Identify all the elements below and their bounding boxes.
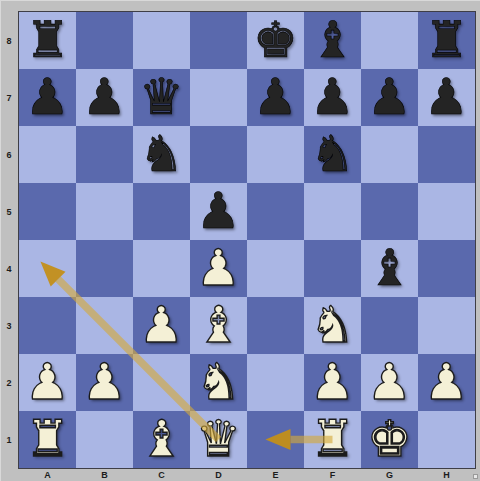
square-c2[interactable] <box>133 354 190 411</box>
square-d6[interactable] <box>190 126 247 183</box>
piece-white-rook-a1[interactable]: ♜ <box>25 411 70 468</box>
square-g8[interactable] <box>361 12 418 69</box>
square-b2[interactable]: ♟ <box>76 354 133 411</box>
piece-white-pawn-d4[interactable]: ♟ <box>196 240 241 297</box>
square-g1[interactable]: ♚ <box>361 411 418 468</box>
piece-black-king-e8[interactable]: ♚ <box>253 12 298 69</box>
piece-white-pawn-a2[interactable]: ♟ <box>25 354 70 411</box>
rank-labels: 87654321 <box>1 12 19 468</box>
rank-label-2: 2 <box>1 354 17 411</box>
rank-label-4: 4 <box>1 240 17 297</box>
piece-black-pawn-f7[interactable]: ♟ <box>310 69 355 126</box>
square-e1[interactable] <box>247 411 304 468</box>
square-d2[interactable]: ♞ <box>190 354 247 411</box>
square-g6[interactable] <box>361 126 418 183</box>
square-f7[interactable]: ♟ <box>304 69 361 126</box>
square-c8[interactable] <box>133 12 190 69</box>
square-e7[interactable]: ♟ <box>247 69 304 126</box>
piece-black-knight-f6[interactable]: ♞ <box>310 126 355 183</box>
square-a3[interactable] <box>19 297 76 354</box>
piece-black-pawn-h7[interactable]: ♟ <box>424 69 469 126</box>
file-label-g: G <box>361 468 418 481</box>
square-h8[interactable]: ♜ <box>418 12 475 69</box>
square-h4[interactable] <box>418 240 475 297</box>
square-b7[interactable]: ♟ <box>76 69 133 126</box>
square-f5[interactable] <box>304 183 361 240</box>
square-c4[interactable] <box>133 240 190 297</box>
piece-white-pawn-b2[interactable]: ♟ <box>82 354 127 411</box>
file-labels: ABCDEFGH <box>19 468 475 481</box>
square-f1[interactable]: ♜ <box>304 411 361 468</box>
file-label-f: F <box>304 468 361 481</box>
square-e6[interactable] <box>247 126 304 183</box>
square-b8[interactable] <box>76 12 133 69</box>
square-d1[interactable]: ♛ <box>190 411 247 468</box>
square-c3[interactable]: ♟ <box>133 297 190 354</box>
piece-white-bishop-c1[interactable]: ♝ <box>139 411 184 468</box>
rank-label-5: 5 <box>1 183 17 240</box>
square-a2[interactable]: ♟ <box>19 354 76 411</box>
square-a1[interactable]: ♜ <box>19 411 76 468</box>
square-h1[interactable] <box>418 411 475 468</box>
square-c5[interactable] <box>133 183 190 240</box>
square-f4[interactable] <box>304 240 361 297</box>
file-label-c: C <box>133 468 190 481</box>
piece-black-bishop-f8[interactable]: ♝ <box>310 12 355 69</box>
piece-white-knight-f3[interactable]: ♞ <box>310 297 355 354</box>
square-e2[interactable] <box>247 354 304 411</box>
resize-dot <box>473 474 478 479</box>
square-d4[interactable]: ♟ <box>190 240 247 297</box>
square-b5[interactable] <box>76 183 133 240</box>
piece-black-pawn-e7[interactable]: ♟ <box>253 69 298 126</box>
square-f8[interactable]: ♝ <box>304 12 361 69</box>
square-a8[interactable]: ♜ <box>19 12 76 69</box>
piece-black-knight-c6[interactable]: ♞ <box>139 126 184 183</box>
square-a7[interactable]: ♟ <box>19 69 76 126</box>
piece-white-pawn-h2[interactable]: ♟ <box>424 354 469 411</box>
square-b1[interactable] <box>76 411 133 468</box>
square-d3[interactable]: ♝ <box>190 297 247 354</box>
square-h7[interactable]: ♟ <box>418 69 475 126</box>
square-a4[interactable] <box>19 240 76 297</box>
piece-white-pawn-g2[interactable]: ♟ <box>367 354 412 411</box>
file-label-b: B <box>76 468 133 481</box>
piece-white-rook-f1[interactable]: ♜ <box>310 411 355 468</box>
square-h5[interactable] <box>418 183 475 240</box>
board-grid: ♜♚♝♜♟♟♛♟♟♟♟♞♞♟♟♝♟♝♞♟♟♞♟♟♟♜♝♛♜♚ <box>19 12 475 468</box>
square-f3[interactable]: ♞ <box>304 297 361 354</box>
square-e5[interactable] <box>247 183 304 240</box>
file-label-e: E <box>247 468 304 481</box>
square-b4[interactable] <box>76 240 133 297</box>
piece-white-queen-d1[interactable]: ♛ <box>196 411 241 468</box>
file-label-a: A <box>19 468 76 481</box>
square-c6[interactable]: ♞ <box>133 126 190 183</box>
piece-black-pawn-b7[interactable]: ♟ <box>82 69 127 126</box>
piece-white-knight-d2[interactable]: ♞ <box>196 354 241 411</box>
file-label-d: D <box>190 468 247 481</box>
square-e3[interactable] <box>247 297 304 354</box>
piece-black-rook-h8[interactable]: ♜ <box>424 12 469 69</box>
square-h3[interactable] <box>418 297 475 354</box>
piece-black-pawn-g7[interactable]: ♟ <box>367 69 412 126</box>
square-c1[interactable]: ♝ <box>133 411 190 468</box>
square-f2[interactable]: ♟ <box>304 354 361 411</box>
square-c7[interactable]: ♛ <box>133 69 190 126</box>
square-h2[interactable]: ♟ <box>418 354 475 411</box>
square-g2[interactable]: ♟ <box>361 354 418 411</box>
square-g4[interactable]: ♝ <box>361 240 418 297</box>
square-e4[interactable] <box>247 240 304 297</box>
piece-white-pawn-c3[interactable]: ♟ <box>139 297 184 354</box>
square-e8[interactable]: ♚ <box>247 12 304 69</box>
chess-board-window: ♜♚♝♜♟♟♛♟♟♟♟♞♞♟♟♝♟♝♞♟♟♞♟♟♟♜♝♛♜♚ 87654321 … <box>0 0 480 481</box>
square-g3[interactable] <box>361 297 418 354</box>
rank-label-7: 7 <box>1 69 17 126</box>
square-f6[interactable]: ♞ <box>304 126 361 183</box>
file-label-h: H <box>418 468 475 481</box>
piece-black-rook-a8[interactable]: ♜ <box>25 12 70 69</box>
rank-label-1: 1 <box>1 411 17 468</box>
rank-label-3: 3 <box>1 297 17 354</box>
piece-black-pawn-a7[interactable]: ♟ <box>25 69 70 126</box>
square-b6[interactable] <box>76 126 133 183</box>
rank-label-8: 8 <box>1 12 17 69</box>
square-g5[interactable] <box>361 183 418 240</box>
square-d5[interactable]: ♟ <box>190 183 247 240</box>
piece-white-king-g1[interactable]: ♚ <box>367 411 412 468</box>
piece-black-queen-c7[interactable]: ♛ <box>139 69 184 126</box>
piece-white-pawn-f2[interactable]: ♟ <box>310 354 355 411</box>
square-d7[interactable] <box>190 69 247 126</box>
square-h6[interactable] <box>418 126 475 183</box>
square-a6[interactable] <box>19 126 76 183</box>
square-g7[interactable]: ♟ <box>361 69 418 126</box>
piece-white-bishop-d3[interactable]: ♝ <box>196 297 241 354</box>
piece-black-pawn-d5[interactable]: ♟ <box>196 183 241 240</box>
square-a5[interactable] <box>19 183 76 240</box>
piece-black-bishop-g4[interactable]: ♝ <box>367 240 412 297</box>
rank-label-6: 6 <box>1 126 17 183</box>
square-d8[interactable] <box>190 12 247 69</box>
square-b3[interactable] <box>76 297 133 354</box>
